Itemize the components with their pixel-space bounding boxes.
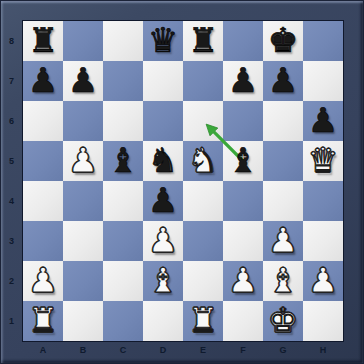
square-b3[interactable]: [63, 221, 103, 261]
square-e1[interactable]: ♜: [183, 301, 223, 341]
piece-black-pawn[interactable]: ♟: [223, 61, 263, 101]
square-f3[interactable]: [223, 221, 263, 261]
square-f4[interactable]: [223, 181, 263, 221]
square-a3[interactable]: [23, 221, 63, 261]
file-label-g: G: [263, 343, 303, 360]
square-f6[interactable]: [223, 101, 263, 141]
square-g4[interactable]: [263, 181, 303, 221]
square-d1[interactable]: [143, 301, 183, 341]
square-a2[interactable]: ♟: [23, 261, 63, 301]
file-label-c: C: [103, 343, 143, 360]
piece-black-pawn[interactable]: ♟: [263, 61, 303, 101]
piece-white-pawn[interactable]: ♟: [23, 261, 63, 301]
piece-white-knight[interactable]: ♞: [183, 141, 223, 181]
square-d7[interactable]: [143, 61, 183, 101]
file-label-d: D: [143, 343, 183, 360]
rank-label-7: 7: [1, 61, 22, 101]
piece-black-pawn[interactable]: ♟: [23, 61, 63, 101]
rank-label-1: 1: [1, 301, 22, 341]
square-g8[interactable]: ♚: [263, 21, 303, 61]
piece-white-queen[interactable]: ♛: [303, 141, 343, 181]
square-c7[interactable]: [103, 61, 143, 101]
square-h2[interactable]: ♟: [303, 261, 343, 301]
rank-label-6: 6: [1, 101, 22, 141]
rank-label-4: 4: [1, 181, 22, 221]
square-f2[interactable]: ♟: [223, 261, 263, 301]
square-g6[interactable]: [263, 101, 303, 141]
file-label-b: B: [63, 343, 103, 360]
square-g1[interactable]: ♚: [263, 301, 303, 341]
piece-white-king[interactable]: ♚: [263, 301, 303, 341]
square-e4[interactable]: [183, 181, 223, 221]
piece-white-rook[interactable]: ♜: [23, 301, 63, 341]
square-c8[interactable]: [103, 21, 143, 61]
square-g2[interactable]: ♝: [263, 261, 303, 301]
piece-white-pawn[interactable]: ♟: [303, 261, 343, 301]
square-e8[interactable]: ♜: [183, 21, 223, 61]
square-b2[interactable]: [63, 261, 103, 301]
piece-black-knight[interactable]: ♞: [143, 141, 183, 181]
square-b8[interactable]: [63, 21, 103, 61]
rank-label-8: 8: [1, 21, 22, 61]
piece-black-pawn[interactable]: ♟: [143, 181, 183, 221]
piece-white-pawn[interactable]: ♟: [143, 221, 183, 261]
square-d5[interactable]: ♞: [143, 141, 183, 181]
square-a1[interactable]: ♜: [23, 301, 63, 341]
square-h1[interactable]: [303, 301, 343, 341]
piece-black-rook[interactable]: ♜: [183, 21, 223, 61]
square-c1[interactable]: [103, 301, 143, 341]
square-b6[interactable]: [63, 101, 103, 141]
square-g3[interactable]: ♟: [263, 221, 303, 261]
piece-white-pawn[interactable]: ♟: [223, 261, 263, 301]
square-g5[interactable]: [263, 141, 303, 181]
square-d2[interactable]: ♝: [143, 261, 183, 301]
piece-black-bishop[interactable]: ♝: [103, 141, 143, 181]
file-coordinates: ABCDEFGH: [23, 343, 343, 360]
square-e3[interactable]: [183, 221, 223, 261]
square-d6[interactable]: [143, 101, 183, 141]
file-label-f: F: [223, 343, 263, 360]
square-c4[interactable]: [103, 181, 143, 221]
square-b7[interactable]: ♟: [63, 61, 103, 101]
square-h6[interactable]: ♟: [303, 101, 343, 141]
square-c6[interactable]: [103, 101, 143, 141]
piece-black-bishop[interactable]: ♝: [223, 141, 263, 181]
chessboard: ♜♛♜♚♟♟♟♟♟♟♝♞♞♝♛♟♟♟♟♝♟♝♟♜♜♚: [22, 20, 344, 342]
piece-black-pawn[interactable]: ♟: [303, 101, 343, 141]
square-a5[interactable]: [23, 141, 63, 181]
square-a8[interactable]: ♜: [23, 21, 63, 61]
square-c3[interactable]: [103, 221, 143, 261]
square-f7[interactable]: ♟: [223, 61, 263, 101]
square-h8[interactable]: [303, 21, 343, 61]
square-a4[interactable]: [23, 181, 63, 221]
piece-black-queen[interactable]: ♛: [143, 21, 183, 61]
square-h5[interactable]: ♛: [303, 141, 343, 181]
square-h4[interactable]: [303, 181, 343, 221]
piece-white-rook[interactable]: ♜: [183, 301, 223, 341]
square-f1[interactable]: [223, 301, 263, 341]
square-b5[interactable]: ♟: [63, 141, 103, 181]
rank-label-2: 2: [1, 261, 22, 301]
rank-label-3: 3: [1, 221, 22, 261]
piece-black-rook[interactable]: ♜: [23, 21, 63, 61]
piece-black-pawn[interactable]: ♟: [63, 61, 103, 101]
piece-white-bishop[interactable]: ♝: [263, 261, 303, 301]
square-a6[interactable]: [23, 101, 63, 141]
piece-white-pawn[interactable]: ♟: [63, 141, 103, 181]
file-label-e: E: [183, 343, 223, 360]
square-e2[interactable]: [183, 261, 223, 301]
square-f8[interactable]: [223, 21, 263, 61]
square-d3[interactable]: ♟: [143, 221, 183, 261]
square-h3[interactable]: [303, 221, 343, 261]
square-b4[interactable]: [63, 181, 103, 221]
square-d8[interactable]: ♛: [143, 21, 183, 61]
square-c5[interactable]: ♝: [103, 141, 143, 181]
square-c2[interactable]: [103, 261, 143, 301]
piece-black-king[interactable]: ♚: [263, 21, 303, 61]
file-label-a: A: [23, 343, 63, 360]
square-e6[interactable]: [183, 101, 223, 141]
board-grid: ♜♛♜♚♟♟♟♟♟♟♝♞♞♝♛♟♟♟♟♝♟♝♟♜♜♚: [23, 21, 343, 341]
piece-white-bishop[interactable]: ♝: [143, 261, 183, 301]
square-f5[interactable]: ♝: [223, 141, 263, 181]
file-label-h: H: [303, 343, 343, 360]
chessboard-widget: 87654321 ABCDEFGH ♜♛♜♚♟♟♟♟♟♟♝♞♞♝♛♟♟♟♟♝♟♝…: [0, 0, 364, 364]
square-g7[interactable]: ♟: [263, 61, 303, 101]
square-a7[interactable]: ♟: [23, 61, 63, 101]
piece-white-pawn[interactable]: ♟: [263, 221, 303, 261]
square-b1[interactable]: [63, 301, 103, 341]
square-e5[interactable]: ♞: [183, 141, 223, 181]
rank-label-5: 5: [1, 141, 22, 181]
square-h7[interactable]: [303, 61, 343, 101]
rank-coordinates: 87654321: [1, 21, 22, 341]
square-e7[interactable]: [183, 61, 223, 101]
square-d4[interactable]: ♟: [143, 181, 183, 221]
